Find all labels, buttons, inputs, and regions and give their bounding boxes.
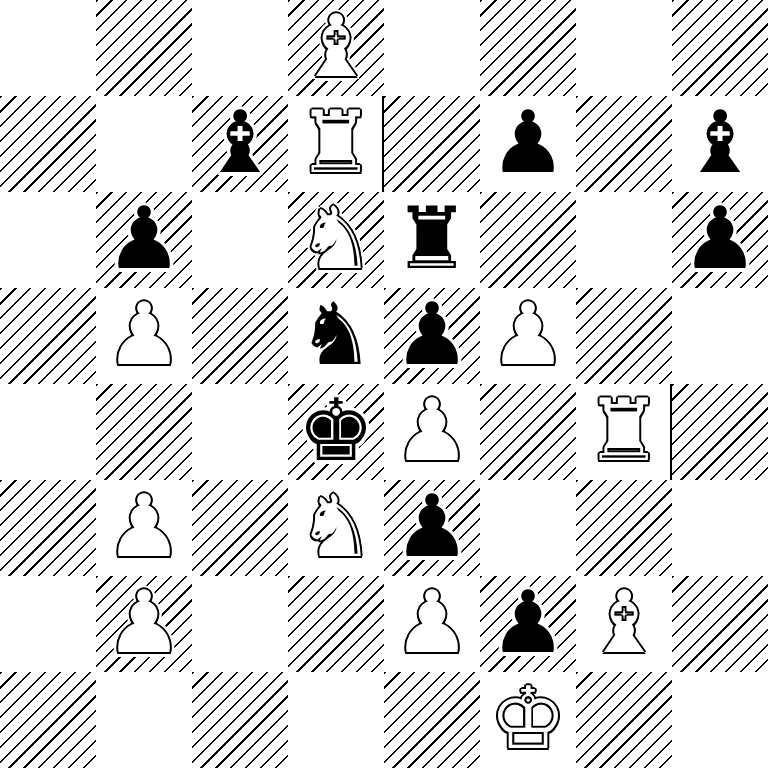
square-a4[interactable] xyxy=(0,384,96,480)
square-h5[interactable] xyxy=(672,288,768,384)
square-b8[interactable] xyxy=(96,0,192,96)
square-b6[interactable]: ♟ xyxy=(96,192,192,288)
black-bishop: ♝ xyxy=(681,96,758,190)
square-f7[interactable]: ♟ xyxy=(480,96,576,192)
square-c2[interactable] xyxy=(192,576,288,672)
square-f2[interactable]: ♟ xyxy=(480,576,576,672)
square-h6[interactable]: ♟ xyxy=(672,192,768,288)
black-pawn: ♟ xyxy=(489,96,566,190)
square-d3[interactable]: ♞ xyxy=(288,480,384,576)
square-d4[interactable]: ♚ xyxy=(288,384,384,480)
square-b2[interactable]: ♟ xyxy=(96,576,192,672)
white-knight: ♞ xyxy=(297,192,374,286)
black-pawn: ♟ xyxy=(105,192,182,286)
square-c8[interactable] xyxy=(192,0,288,96)
white-pawn: ♟ xyxy=(105,480,182,574)
square-a8[interactable] xyxy=(0,0,96,96)
chess-board: ♝♝♜♟♝♟♞♜♟♟♞♟♟♚♟♜♟♞♟♟♟♟♝♚ xyxy=(0,0,768,768)
white-pawn: ♟ xyxy=(393,576,470,670)
square-f6[interactable] xyxy=(480,192,576,288)
square-c4[interactable] xyxy=(192,384,288,480)
square-b3[interactable]: ♟ xyxy=(96,480,192,576)
white-pawn: ♟ xyxy=(105,576,182,670)
white-knight: ♞ xyxy=(297,480,374,574)
square-e5[interactable]: ♟ xyxy=(384,288,480,384)
black-pawn: ♟ xyxy=(489,576,566,670)
black-king: ♚ xyxy=(297,384,374,478)
square-g5[interactable] xyxy=(576,288,672,384)
square-a3[interactable] xyxy=(0,480,96,576)
black-pawn: ♟ xyxy=(681,192,758,286)
square-h4[interactable] xyxy=(672,384,768,480)
square-e4[interactable]: ♟ xyxy=(384,384,480,480)
white-rook: ♜ xyxy=(297,96,374,190)
square-e8[interactable] xyxy=(384,0,480,96)
square-d5[interactable]: ♞ xyxy=(288,288,384,384)
black-bishop: ♝ xyxy=(201,96,278,190)
square-e6[interactable]: ♜ xyxy=(384,192,480,288)
square-e7[interactable] xyxy=(384,96,480,192)
square-d1[interactable] xyxy=(288,672,384,768)
square-a5[interactable] xyxy=(0,288,96,384)
black-pawn: ♟ xyxy=(393,480,470,574)
square-a1[interactable] xyxy=(0,672,96,768)
square-e1[interactable] xyxy=(384,672,480,768)
square-c5[interactable] xyxy=(192,288,288,384)
white-pawn: ♟ xyxy=(393,384,470,478)
square-d7[interactable]: ♜ xyxy=(288,96,384,192)
square-g3[interactable] xyxy=(576,480,672,576)
square-h3[interactable] xyxy=(672,480,768,576)
square-c3[interactable] xyxy=(192,480,288,576)
white-rook: ♜ xyxy=(585,384,662,478)
square-c7[interactable]: ♝ xyxy=(192,96,288,192)
square-g8[interactable] xyxy=(576,0,672,96)
square-h1[interactable] xyxy=(672,672,768,768)
square-b1[interactable] xyxy=(96,672,192,768)
square-f8[interactable] xyxy=(480,0,576,96)
square-d2[interactable] xyxy=(288,576,384,672)
square-f5[interactable]: ♟ xyxy=(480,288,576,384)
square-g6[interactable] xyxy=(576,192,672,288)
square-a2[interactable] xyxy=(0,576,96,672)
square-g7[interactable] xyxy=(576,96,672,192)
square-a6[interactable] xyxy=(0,192,96,288)
square-b4[interactable] xyxy=(96,384,192,480)
square-b7[interactable] xyxy=(96,96,192,192)
white-pawn: ♟ xyxy=(489,288,566,382)
square-f4[interactable] xyxy=(480,384,576,480)
square-e2[interactable]: ♟ xyxy=(384,576,480,672)
white-pawn: ♟ xyxy=(105,288,182,382)
square-d6[interactable]: ♞ xyxy=(288,192,384,288)
square-c6[interactable] xyxy=(192,192,288,288)
square-h7[interactable]: ♝ xyxy=(672,96,768,192)
square-g4[interactable]: ♜ xyxy=(576,384,672,480)
square-f1[interactable]: ♚ xyxy=(480,672,576,768)
square-g2[interactable]: ♝ xyxy=(576,576,672,672)
black-rook: ♜ xyxy=(393,192,470,286)
black-pawn: ♟ xyxy=(393,288,470,382)
black-knight: ♞ xyxy=(297,288,374,382)
square-h2[interactable] xyxy=(672,576,768,672)
white-bishop: ♝ xyxy=(585,576,662,670)
square-e3[interactable]: ♟ xyxy=(384,480,480,576)
square-a7[interactable] xyxy=(0,96,96,192)
square-c1[interactable] xyxy=(192,672,288,768)
square-d8[interactable]: ♝ xyxy=(288,0,384,96)
square-f3[interactable] xyxy=(480,480,576,576)
white-bishop: ♝ xyxy=(297,0,374,94)
square-h8[interactable] xyxy=(672,0,768,96)
square-g1[interactable] xyxy=(576,672,672,768)
square-b5[interactable]: ♟ xyxy=(96,288,192,384)
white-king: ♚ xyxy=(489,672,566,766)
